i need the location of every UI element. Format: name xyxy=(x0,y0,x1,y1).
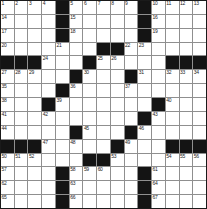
grid-cell[interactable] xyxy=(70,112,83,125)
grid-cell[interactable] xyxy=(138,154,151,167)
grid-cell[interactable] xyxy=(180,98,193,111)
grid-cell[interactable]: 64 xyxy=(152,181,165,194)
grid-cell[interactable] xyxy=(193,181,206,194)
grid-cell[interactable] xyxy=(83,84,96,97)
grid-cell[interactable] xyxy=(42,126,55,139)
grid-cell[interactable] xyxy=(125,98,138,111)
clue-number: 43 xyxy=(153,112,158,117)
grid-cell[interactable] xyxy=(83,98,96,111)
clue-number: 38 xyxy=(2,98,7,103)
clue-number: 35 xyxy=(2,84,7,89)
grid-cell[interactable] xyxy=(180,126,193,139)
grid-cell[interactable]: 18 xyxy=(70,29,83,42)
clue-number: 24 xyxy=(43,56,48,61)
clue-number: 13 xyxy=(194,1,199,6)
grid-cell[interactable]: 37 xyxy=(125,84,138,97)
clue-number: 30 xyxy=(84,70,89,75)
grid-cell[interactable] xyxy=(56,140,69,153)
grid-cell[interactable] xyxy=(97,15,110,28)
black-cell xyxy=(15,140,28,153)
clue-number: 19 xyxy=(153,29,158,34)
grid-cell[interactable] xyxy=(125,56,138,69)
grid-cell[interactable] xyxy=(193,43,206,56)
grid-cell[interactable]: 41 xyxy=(1,112,14,125)
grid-cell[interactable] xyxy=(193,15,206,28)
grid-cell[interactable] xyxy=(15,15,28,28)
grid-cell[interactable]: 6 xyxy=(83,1,96,14)
grid-cell[interactable] xyxy=(152,154,165,167)
clue-number: 18 xyxy=(70,29,75,34)
clue-number: 14 xyxy=(2,15,7,20)
grid-cell[interactable] xyxy=(111,112,124,125)
grid-cell[interactable] xyxy=(193,98,206,111)
black-cell xyxy=(56,167,69,180)
grid-cell[interactable]: 16 xyxy=(152,15,165,28)
grid-cell[interactable] xyxy=(97,84,110,97)
grid-cell[interactable]: 54 xyxy=(166,154,179,167)
grid-cell[interactable] xyxy=(28,29,41,42)
grid-cell[interactable] xyxy=(70,43,83,56)
grid-cell[interactable]: 9 xyxy=(125,1,138,14)
clue-number: 8 xyxy=(111,1,113,6)
black-cell xyxy=(1,56,14,69)
clue-number: 55 xyxy=(180,154,185,159)
grid-cell[interactable]: 38 xyxy=(1,98,14,111)
grid-cell[interactable] xyxy=(125,195,138,208)
clue-number: 64 xyxy=(153,181,158,186)
grid-cell[interactable] xyxy=(28,43,41,56)
grid-cell[interactable]: 33 xyxy=(180,70,193,83)
grid-cell[interactable] xyxy=(125,112,138,125)
grid-cell[interactable] xyxy=(83,181,96,194)
grid-cell[interactable] xyxy=(28,195,41,208)
black-cell xyxy=(193,56,206,69)
grid-cell[interactable] xyxy=(15,126,28,139)
grid-cell[interactable] xyxy=(166,112,179,125)
clue-number: 63 xyxy=(70,181,75,186)
grid-cell[interactable]: 28 xyxy=(15,70,28,83)
grid-cell[interactable] xyxy=(42,154,55,167)
grid-cell[interactable] xyxy=(152,126,165,139)
clue-number: 42 xyxy=(43,112,48,117)
black-cell xyxy=(70,126,83,139)
black-cell xyxy=(28,140,41,153)
crossword-grid: 1234567891011121314151617181920212223242… xyxy=(0,0,207,209)
grid-cell[interactable]: 55 xyxy=(180,154,193,167)
black-cell xyxy=(138,195,151,208)
clue-number: 53 xyxy=(111,154,116,159)
black-cell xyxy=(83,154,96,167)
grid-cell[interactable]: 26 xyxy=(111,56,124,69)
black-cell xyxy=(138,181,151,194)
grid-cell[interactable] xyxy=(15,43,28,56)
grid-cell[interactable] xyxy=(125,154,138,167)
clue-number: 23 xyxy=(139,43,144,48)
grid-cell[interactable] xyxy=(42,84,55,97)
grid-cell[interactable] xyxy=(97,195,110,208)
grid-cell[interactable]: 50 xyxy=(1,154,14,167)
grid-cell[interactable]: 17 xyxy=(1,29,14,42)
clue-number: 21 xyxy=(56,43,61,48)
clue-number: 3 xyxy=(29,1,31,6)
black-cell xyxy=(56,29,69,42)
grid-cell[interactable]: 57 xyxy=(1,167,14,180)
grid-cell[interactable]: 59 xyxy=(83,167,96,180)
grid-cell[interactable] xyxy=(111,70,124,83)
grid-cell[interactable]: 52 xyxy=(28,154,41,167)
grid-cell[interactable] xyxy=(111,167,124,180)
grid-cell[interactable] xyxy=(111,126,124,139)
grid-cell[interactable]: 12 xyxy=(180,1,193,14)
grid-cell[interactable]: 11 xyxy=(166,1,179,14)
grid-cell[interactable] xyxy=(125,167,138,180)
clue-number: 1 xyxy=(2,1,4,6)
clue-number: 31 xyxy=(139,70,144,75)
black-cell xyxy=(42,98,55,111)
grid-cell[interactable] xyxy=(28,15,41,28)
clue-number: 37 xyxy=(125,84,130,89)
grid-cell[interactable] xyxy=(83,15,96,28)
clue-number: 58 xyxy=(70,167,75,172)
grid-cell[interactable]: 65 xyxy=(1,195,14,208)
grid-cell[interactable] xyxy=(83,140,96,153)
grid-cell[interactable] xyxy=(193,29,206,42)
grid-cell[interactable]: 5 xyxy=(70,1,83,14)
grid-cell[interactable] xyxy=(180,167,193,180)
clue-number: 27 xyxy=(2,70,7,75)
grid-cell[interactable]: 4 xyxy=(42,1,55,14)
grid-cell[interactable]: 2 xyxy=(15,1,28,14)
clue-number: 57 xyxy=(2,167,7,172)
clue-number: 49 xyxy=(125,140,130,145)
clue-number: 29 xyxy=(29,70,34,75)
grid-cell[interactable] xyxy=(193,167,206,180)
grid-cell[interactable] xyxy=(42,167,55,180)
grid-cell[interactable] xyxy=(56,56,69,69)
grid-cell[interactable] xyxy=(180,195,193,208)
grid-cell[interactable]: 15 xyxy=(70,15,83,28)
grid-cell[interactable]: 66 xyxy=(70,195,83,208)
grid-cell[interactable] xyxy=(180,112,193,125)
grid-cell[interactable] xyxy=(15,195,28,208)
grid-cell[interactable] xyxy=(15,112,28,125)
grid-cell[interactable] xyxy=(97,98,110,111)
grid-cell[interactable] xyxy=(152,43,165,56)
black-cell xyxy=(193,140,206,153)
grid-cell[interactable]: 44 xyxy=(1,126,14,139)
grid-cell[interactable] xyxy=(42,195,55,208)
black-cell xyxy=(56,1,69,14)
grid-cell[interactable]: 24 xyxy=(42,56,55,69)
grid-cell[interactable]: 27 xyxy=(1,70,14,83)
grid-cell[interactable] xyxy=(70,98,83,111)
grid-cell[interactable] xyxy=(83,112,96,125)
black-cell xyxy=(56,15,69,28)
grid-cell[interactable] xyxy=(166,181,179,194)
grid-cell[interactable]: 1 xyxy=(1,1,14,14)
grid-cell[interactable]: 67 xyxy=(152,195,165,208)
grid-cell[interactable] xyxy=(152,140,165,153)
black-cell xyxy=(138,112,151,125)
clue-number: 45 xyxy=(84,126,89,131)
grid-cell[interactable] xyxy=(111,29,124,42)
black-cell xyxy=(83,56,96,69)
clue-number: 25 xyxy=(98,56,103,61)
black-cell xyxy=(28,56,41,69)
grid-cell[interactable] xyxy=(28,84,41,97)
grid-cell[interactable] xyxy=(166,126,179,139)
clue-number: 17 xyxy=(2,29,7,34)
clue-number: 48 xyxy=(70,140,75,145)
grid-cell[interactable]: 35 xyxy=(1,84,14,97)
grid-cell[interactable] xyxy=(111,181,124,194)
grid-cell[interactable] xyxy=(152,84,165,97)
grid-cell[interactable]: 36 xyxy=(70,84,83,97)
black-cell xyxy=(111,140,124,153)
clue-number: 56 xyxy=(194,154,199,159)
clue-number: 6 xyxy=(84,1,86,6)
clue-number: 5 xyxy=(70,1,72,6)
grid-cell[interactable] xyxy=(180,29,193,42)
clue-number: 9 xyxy=(125,1,127,6)
clue-number: 59 xyxy=(84,167,89,172)
grid-cell[interactable] xyxy=(28,98,41,111)
grid-cell[interactable] xyxy=(138,56,151,69)
clue-number: 50 xyxy=(2,154,7,159)
grid-cell[interactable]: 63 xyxy=(70,181,83,194)
grid-cell[interactable] xyxy=(125,181,138,194)
grid-cell[interactable] xyxy=(42,29,55,42)
grid-cell[interactable] xyxy=(152,56,165,69)
black-cell xyxy=(152,98,165,111)
clue-number: 32 xyxy=(166,70,171,75)
clue-number: 15 xyxy=(70,15,75,20)
grid-cell[interactable] xyxy=(138,140,151,153)
black-cell xyxy=(180,56,193,69)
black-cell xyxy=(56,84,69,97)
grid-cell[interactable]: 51 xyxy=(15,154,28,167)
black-cell xyxy=(166,140,179,153)
black-cell xyxy=(166,56,179,69)
grid-cell[interactable]: 40 xyxy=(166,98,179,111)
grid-cell[interactable] xyxy=(193,84,206,97)
grid-cell[interactable] xyxy=(97,181,110,194)
grid-cell[interactable] xyxy=(111,84,124,97)
grid-cell[interactable] xyxy=(15,84,28,97)
grid-cell[interactable]: 23 xyxy=(138,43,151,56)
grid-cell[interactable]: 62 xyxy=(1,181,14,194)
grid-cell[interactable] xyxy=(83,29,96,42)
grid-cell[interactable]: 45 xyxy=(83,126,96,139)
clue-number: 11 xyxy=(166,1,171,6)
grid-cell[interactable]: 56 xyxy=(193,154,206,167)
grid-cell[interactable] xyxy=(28,126,41,139)
grid-cell[interactable]: 7 xyxy=(97,1,110,14)
clue-number: 10 xyxy=(153,1,158,6)
clue-number: 46 xyxy=(139,126,144,131)
black-cell xyxy=(138,29,151,42)
grid-cell[interactable]: 47 xyxy=(42,140,55,153)
grid-cell[interactable] xyxy=(28,167,41,180)
grid-cell[interactable] xyxy=(42,15,55,28)
grid-cell[interactable] xyxy=(56,126,69,139)
clue-number: 47 xyxy=(43,140,48,145)
grid-cell[interactable]: 42 xyxy=(42,112,55,125)
black-cell xyxy=(125,70,138,83)
black-cell xyxy=(15,56,28,69)
clue-number: 65 xyxy=(2,195,7,200)
grid-cell[interactable] xyxy=(125,15,138,28)
grid-cell[interactable] xyxy=(111,195,124,208)
grid-cell[interactable] xyxy=(193,126,206,139)
black-cell xyxy=(138,1,151,14)
grid-cell[interactable]: 30 xyxy=(83,70,96,83)
grid-cell[interactable] xyxy=(15,167,28,180)
black-cell xyxy=(125,126,138,139)
grid-cell[interactable] xyxy=(125,29,138,42)
grid-cell[interactable] xyxy=(56,70,69,83)
grid-cell[interactable] xyxy=(180,181,193,194)
clue-number: 4 xyxy=(43,1,45,6)
grid-cell[interactable] xyxy=(138,98,151,111)
grid-cell[interactable]: 20 xyxy=(1,43,14,56)
grid-cell[interactable]: 19 xyxy=(152,29,165,42)
black-cell xyxy=(97,43,110,56)
grid-cell[interactable] xyxy=(15,29,28,42)
clue-number: 36 xyxy=(70,84,75,89)
grid-cell[interactable]: 32 xyxy=(166,70,179,83)
grid-cell[interactable]: 10 xyxy=(152,1,165,14)
grid-cell[interactable]: 21 xyxy=(56,43,69,56)
clue-number: 39 xyxy=(56,98,61,103)
grid-cell[interactable] xyxy=(111,15,124,28)
black-cell xyxy=(56,181,69,194)
clue-number: 22 xyxy=(125,43,130,48)
clue-number: 44 xyxy=(2,126,7,131)
grid-cell[interactable] xyxy=(166,195,179,208)
grid-cell[interactable] xyxy=(166,43,179,56)
clue-number: 20 xyxy=(2,43,7,48)
grid-cell[interactable] xyxy=(166,167,179,180)
black-cell xyxy=(1,140,14,153)
grid-cell[interactable] xyxy=(97,70,110,83)
grid-cell[interactable] xyxy=(42,70,55,83)
grid-cell[interactable] xyxy=(166,84,179,97)
clue-number: 66 xyxy=(70,195,75,200)
grid-cell[interactable] xyxy=(97,140,110,153)
grid-cell[interactable]: 60 xyxy=(97,167,110,180)
clue-number: 16 xyxy=(153,15,158,20)
clue-number: 33 xyxy=(180,70,185,75)
grid-cell[interactable]: 61 xyxy=(152,167,165,180)
grid-cell[interactable]: 13 xyxy=(193,1,206,14)
grid-cell[interactable] xyxy=(15,98,28,111)
grid-cell[interactable] xyxy=(28,181,41,194)
grid-cell[interactable] xyxy=(180,43,193,56)
grid-cell[interactable]: 22 xyxy=(125,43,138,56)
grid-cell[interactable] xyxy=(42,43,55,56)
grid-cell[interactable] xyxy=(70,56,83,69)
grid-cell[interactable]: 14 xyxy=(1,15,14,28)
grid-cell[interactable]: 31 xyxy=(138,70,151,83)
clue-number: 54 xyxy=(166,154,171,159)
grid-cell[interactable] xyxy=(193,195,206,208)
clue-number: 12 xyxy=(180,1,185,6)
grid-cell[interactable]: 46 xyxy=(138,126,151,139)
grid-cell[interactable] xyxy=(166,15,179,28)
clue-number: 67 xyxy=(153,195,158,200)
grid-cell[interactable] xyxy=(42,181,55,194)
clue-number: 7 xyxy=(98,1,100,6)
clue-number: 26 xyxy=(111,56,116,61)
clue-number: 28 xyxy=(15,70,20,75)
clue-number: 34 xyxy=(194,70,199,75)
crossword-board: 1234567891011121314151617181920212223242… xyxy=(0,0,207,209)
clue-number: 61 xyxy=(153,167,158,172)
black-cell xyxy=(138,167,151,180)
grid-cell[interactable] xyxy=(83,43,96,56)
grid-cell[interactable]: 29 xyxy=(28,70,41,83)
clue-number: 60 xyxy=(98,167,103,172)
black-cell xyxy=(180,140,193,153)
grid-cell[interactable] xyxy=(97,112,110,125)
clue-number: 2 xyxy=(15,1,17,6)
clue-number: 52 xyxy=(29,154,34,159)
grid-cell[interactable] xyxy=(152,70,165,83)
grid-cell[interactable] xyxy=(180,84,193,97)
grid-cell[interactable]: 34 xyxy=(193,70,206,83)
grid-cell[interactable] xyxy=(180,15,193,28)
black-cell xyxy=(97,154,110,167)
grid-cell[interactable] xyxy=(97,29,110,42)
grid-cell[interactable] xyxy=(111,98,124,111)
black-cell xyxy=(56,195,69,208)
grid-cell[interactable]: 53 xyxy=(111,154,124,167)
grid-cell[interactable]: 58 xyxy=(70,167,83,180)
grid-cell[interactable] xyxy=(15,181,28,194)
grid-cell[interactable] xyxy=(56,154,69,167)
grid-cell[interactable]: 8 xyxy=(111,1,124,14)
clue-number: 51 xyxy=(15,154,20,159)
grid-cell[interactable]: 25 xyxy=(97,56,110,69)
clue-number: 40 xyxy=(166,98,171,103)
grid-cell[interactable] xyxy=(138,84,151,97)
grid-cell[interactable]: 49 xyxy=(125,140,138,153)
grid-cell[interactable] xyxy=(56,112,69,125)
grid-cell[interactable]: 3 xyxy=(28,1,41,14)
grid-cell[interactable]: 39 xyxy=(56,98,69,111)
clue-number: 62 xyxy=(2,181,7,186)
grid-cell[interactable] xyxy=(83,195,96,208)
grid-cell[interactable] xyxy=(97,126,110,139)
black-cell xyxy=(111,43,124,56)
grid-cell[interactable] xyxy=(193,112,206,125)
grid-cell[interactable] xyxy=(70,154,83,167)
clue-number: 41 xyxy=(2,112,7,117)
grid-cell[interactable] xyxy=(28,112,41,125)
black-cell xyxy=(138,15,151,28)
grid-cell[interactable]: 48 xyxy=(70,140,83,153)
grid-cell[interactable] xyxy=(166,29,179,42)
black-cell xyxy=(70,70,83,83)
grid-cell[interactable]: 43 xyxy=(152,112,165,125)
